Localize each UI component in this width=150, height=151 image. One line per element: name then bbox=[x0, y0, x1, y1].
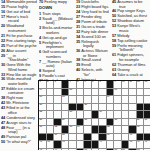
grid-cell[interactable]: 28 bbox=[114, 119, 122, 127]
clue: 50"In what way?" bbox=[1, 140, 37, 145]
clue-text: Take a crack at bbox=[117, 72, 142, 77]
grid-cell[interactable]: 19 bbox=[107, 96, 115, 104]
grid-cell[interactable] bbox=[114, 134, 122, 142]
cell-number: 11 bbox=[129, 81, 132, 84]
grid-cell[interactable]: 37 bbox=[54, 134, 62, 142]
grid-cell[interactable] bbox=[92, 149, 100, 151]
cell-number: 34 bbox=[77, 126, 80, 129]
grid-cell[interactable]: 8 bbox=[99, 81, 107, 89]
grid-cell[interactable] bbox=[69, 134, 77, 142]
grid-cell[interactable] bbox=[92, 104, 100, 112]
grid-cell[interactable] bbox=[92, 119, 100, 127]
grid-cell[interactable] bbox=[92, 89, 100, 97]
cell-number: 39 bbox=[107, 134, 110, 137]
grid-cell[interactable] bbox=[122, 96, 130, 104]
black-cell bbox=[107, 81, 115, 89]
grid-cell[interactable] bbox=[47, 89, 55, 97]
cell-number: 49 bbox=[54, 149, 57, 150]
grid-cell[interactable]: 6 bbox=[84, 81, 92, 89]
grid-cell[interactable] bbox=[47, 119, 55, 127]
clue-text: Fidget spinners, for example bbox=[117, 52, 144, 62]
grid-cell[interactable] bbox=[77, 89, 85, 97]
grid-cell[interactable] bbox=[144, 126, 150, 134]
grid-cell[interactable]: 31 bbox=[39, 126, 47, 134]
grid-cell[interactable]: 27 bbox=[84, 119, 92, 127]
grid-cell[interactable] bbox=[62, 104, 70, 112]
grid-cell[interactable] bbox=[122, 111, 130, 119]
grid-cell[interactable] bbox=[144, 149, 150, 151]
cell-number: 53 bbox=[137, 149, 140, 150]
cell-number: 32 bbox=[54, 126, 57, 129]
grid-cell[interactable] bbox=[77, 141, 85, 149]
grid-cell[interactable] bbox=[114, 104, 122, 112]
clue-text: Golf scorecard numbers bbox=[42, 49, 67, 59]
grid-cell[interactable] bbox=[99, 96, 107, 104]
grid-cell[interactable]: 42 bbox=[47, 141, 55, 149]
grid-cell[interactable] bbox=[137, 89, 145, 97]
cell-number: 9 bbox=[114, 81, 115, 84]
cell-number: 16 bbox=[114, 89, 117, 92]
cell-number: 36 bbox=[137, 126, 140, 129]
cell-number: 44 bbox=[99, 141, 102, 144]
clue-text: Woodwind instrument bbox=[6, 23, 25, 33]
clue-column-across-end-and-down-start: 70Feeling mopyDOWN1Train stops2Saudi __ … bbox=[39, 0, 73, 80]
black-cell bbox=[92, 126, 100, 134]
cell-number: 15 bbox=[69, 89, 72, 92]
clue-text: Assumes to be true bbox=[117, 0, 142, 9]
cell-number: 30 bbox=[144, 119, 147, 122]
black-cell bbox=[107, 149, 115, 151]
cell-number: 1 bbox=[39, 81, 40, 84]
grid-cell[interactable]: 15 bbox=[69, 89, 77, 97]
clue-column-across: 14Memorable period15Praise highly16Get o… bbox=[1, 0, 37, 150]
grid-cell[interactable] bbox=[84, 126, 92, 134]
cell-number: 5 bbox=[77, 81, 78, 84]
grid-cell[interactable] bbox=[54, 89, 62, 97]
black-cell bbox=[99, 126, 107, 134]
cell-number: 23 bbox=[69, 111, 72, 114]
grid-cell[interactable] bbox=[129, 111, 137, 119]
grid-cell[interactable] bbox=[92, 96, 100, 104]
grid-cell[interactable] bbox=[129, 96, 137, 104]
cell-number: 31 bbox=[39, 126, 42, 129]
cell-number: 25 bbox=[39, 119, 42, 122]
cell-number: 46 bbox=[137, 141, 140, 144]
cell-number: 17 bbox=[39, 96, 42, 99]
cell-number: 7 bbox=[92, 81, 93, 84]
clue-text: Wide-mouthed water bottle bbox=[6, 76, 31, 86]
grid-cell[interactable]: 2 bbox=[47, 81, 55, 89]
clue-text: Feeling mopy bbox=[44, 0, 67, 4]
grid-cell[interactable] bbox=[99, 119, 107, 127]
grid-cell[interactable] bbox=[122, 126, 130, 134]
cell-number: 40 bbox=[129, 134, 132, 137]
grid-cell[interactable]: 3 bbox=[54, 81, 62, 89]
grid-cell[interactable]: 10 bbox=[122, 81, 130, 89]
grid-cell[interactable]: 51 bbox=[114, 149, 122, 151]
grid-cell[interactable] bbox=[54, 96, 62, 104]
grid-cell[interactable] bbox=[129, 89, 137, 97]
grid-cell[interactable] bbox=[54, 111, 62, 119]
cell-number: 12 bbox=[137, 81, 140, 84]
cell-number: 29 bbox=[137, 119, 140, 122]
grid-cell[interactable] bbox=[144, 96, 150, 104]
cell-number: 10 bbox=[122, 81, 125, 84]
grid-cell[interactable] bbox=[47, 149, 55, 151]
black-cell bbox=[92, 141, 100, 149]
grid-cell[interactable]: 13 bbox=[144, 81, 150, 89]
grid-cell[interactable]: 39 bbox=[107, 134, 115, 142]
grid-cell[interactable] bbox=[47, 104, 55, 112]
grid-cell[interactable] bbox=[99, 89, 107, 97]
grid-cell[interactable] bbox=[122, 119, 130, 127]
grid-cell[interactable] bbox=[122, 89, 130, 97]
crossword-page: 14Memorable period15Praise highly16Get o… bbox=[0, 0, 150, 150]
cell-number: 37 bbox=[54, 134, 57, 137]
cell-number: 47 bbox=[144, 141, 147, 144]
clue-text: "In what way?" bbox=[6, 139, 31, 144]
clue-text: Horse's track record bbox=[6, 14, 28, 24]
grid-cell[interactable] bbox=[107, 104, 115, 112]
clue-column-down-middle: 19Dustcloths23Flight board figs.24Very h… bbox=[76, 0, 110, 80]
grid-cell[interactable]: 34 bbox=[77, 126, 85, 134]
grid-cell[interactable] bbox=[69, 149, 77, 151]
grid-cell[interactable]: 7 bbox=[92, 81, 100, 89]
cell-number: 43 bbox=[62, 141, 65, 144]
grid-cell[interactable] bbox=[69, 141, 77, 149]
cell-number: 38 bbox=[62, 134, 65, 137]
grid-cell[interactable]: 49 bbox=[54, 149, 62, 151]
clue-column-down-end: 45Assumes to be true46Pop singer Keys50S… bbox=[112, 0, 149, 80]
grid-cell[interactable] bbox=[62, 149, 70, 151]
cell-number: 3 bbox=[54, 81, 55, 84]
grid-cell[interactable] bbox=[144, 89, 150, 97]
grid-cell[interactable]: 23 bbox=[69, 111, 77, 119]
grid-cell[interactable] bbox=[129, 104, 137, 112]
clue-text: Relinquish legally bbox=[81, 39, 99, 49]
cell-number: 51 bbox=[114, 149, 117, 150]
grid-cell[interactable]: 26 bbox=[62, 119, 70, 127]
cell-number: 42 bbox=[47, 141, 50, 144]
clue: 70Feeling mopy bbox=[39, 0, 73, 5]
grid-cell[interactable] bbox=[99, 149, 107, 151]
black-cell bbox=[144, 104, 150, 112]
cell-number: 4 bbox=[69, 81, 70, 84]
grid-cell[interactable]: 18 bbox=[62, 96, 70, 104]
grid-cell[interactable] bbox=[54, 104, 62, 112]
grid-cell[interactable]: 36 bbox=[137, 126, 145, 134]
grid-cell[interactable]: 47 bbox=[144, 141, 150, 149]
grid-cell[interactable] bbox=[92, 134, 100, 142]
grid-cell[interactable] bbox=[137, 96, 145, 104]
clue-text: Edible ice cream container bbox=[6, 86, 34, 96]
cell-number: 20 bbox=[39, 104, 42, 107]
clue-text: Four ___ (in a snap) bbox=[6, 125, 30, 135]
cell-number: 8 bbox=[99, 81, 100, 84]
grid-cell[interactable] bbox=[114, 96, 122, 104]
grid-cell[interactable]: 33 bbox=[69, 126, 77, 134]
grid-cell[interactable] bbox=[122, 134, 130, 142]
cell-number: 35 bbox=[107, 126, 110, 129]
grid-cell[interactable] bbox=[47, 96, 55, 104]
cell-number: 28 bbox=[114, 119, 117, 122]
black-cell bbox=[77, 104, 85, 112]
crossword-grid[interactable]: 1234567891011121314151617181920212223242… bbox=[38, 80, 150, 150]
grid-cell[interactable]: 11 bbox=[129, 81, 137, 89]
grid-cell[interactable] bbox=[69, 96, 77, 104]
cell-number: 24 bbox=[99, 111, 102, 114]
black-cell bbox=[62, 81, 70, 89]
grid-cell[interactable]: 16 bbox=[114, 89, 122, 97]
clue-text: __ Romeo (Italian auto) bbox=[42, 59, 72, 69]
cell-number: 50 bbox=[84, 149, 87, 150]
black-cell bbox=[77, 149, 85, 151]
black-cell bbox=[129, 149, 137, 151]
clue-text: Gone With the Wind home bbox=[6, 62, 30, 72]
cell-number: 22 bbox=[39, 111, 42, 114]
cell-number: 33 bbox=[69, 126, 72, 129]
black-cell bbox=[92, 111, 100, 119]
grid-cell[interactable] bbox=[129, 119, 137, 127]
black-cell bbox=[137, 104, 145, 112]
clue-text: Kanye West's music bbox=[117, 23, 140, 33]
grid-cell[interactable] bbox=[107, 141, 115, 149]
clue-text: Prefix meaning "billionth" bbox=[117, 43, 142, 53]
cell-number: 27 bbox=[84, 119, 87, 122]
grid-cell[interactable]: 12 bbox=[137, 81, 145, 89]
cell-number: 13 bbox=[144, 81, 147, 84]
cell-number: 26 bbox=[62, 119, 65, 122]
grid-cell[interactable]: 30 bbox=[144, 119, 150, 127]
clue-text: "__ in "Stockholm" bbox=[6, 53, 28, 63]
grid-cell[interactable]: 44 bbox=[99, 141, 107, 149]
grid-cell[interactable]: 53 bbox=[137, 149, 145, 151]
grid-cell[interactable] bbox=[84, 89, 92, 97]
clue-text: Firefighter's implement bbox=[42, 40, 63, 50]
cell-number: 18 bbox=[62, 96, 65, 99]
cell-number: 52 bbox=[122, 149, 125, 150]
cell-number: 19 bbox=[107, 96, 110, 99]
clue-text: Saudi __ (Mideast land) bbox=[42, 16, 73, 26]
cell-number: 6 bbox=[84, 81, 85, 84]
clue: 64Take a crack at bbox=[112, 73, 149, 78]
grid-cell[interactable] bbox=[77, 96, 85, 104]
clue-text: Filled in at the office bbox=[6, 105, 29, 115]
grid-cell[interactable]: 43 bbox=[62, 141, 70, 149]
clue-text: Bricks-and-mortar workers bbox=[42, 25, 72, 35]
cell-number: 21 bbox=[84, 104, 87, 107]
cell-number: 45 bbox=[129, 141, 132, 144]
grid-cell[interactable] bbox=[47, 111, 55, 119]
grid-cell[interactable] bbox=[107, 111, 115, 119]
grid-cell[interactable] bbox=[77, 111, 85, 119]
cell-number: 14 bbox=[39, 89, 42, 92]
clue-text: Actress Watson or Stone bbox=[81, 48, 107, 58]
grid-cell[interactable]: 24 bbox=[99, 111, 107, 119]
cell-number: 41 bbox=[39, 141, 42, 144]
cell-number: 48 bbox=[39, 149, 42, 150]
black-cell bbox=[84, 134, 92, 142]
grid-cell[interactable] bbox=[122, 104, 130, 112]
grid-cell[interactable]: 52 bbox=[122, 149, 130, 151]
grid-cell[interactable]: 5 bbox=[77, 81, 85, 89]
grid-cell[interactable]: 21 bbox=[84, 104, 92, 112]
grid-cell[interactable]: 48 bbox=[39, 149, 47, 151]
clue-text: Selects, with "for" bbox=[81, 67, 102, 77]
grid-cell[interactable] bbox=[77, 134, 85, 142]
grid-cell[interactable] bbox=[114, 126, 122, 134]
grid-cell[interactable]: 45 bbox=[129, 141, 137, 149]
grid-cell[interactable] bbox=[47, 126, 55, 134]
grid-cell[interactable]: 50 bbox=[84, 149, 92, 151]
cell-number: 2 bbox=[47, 81, 48, 84]
